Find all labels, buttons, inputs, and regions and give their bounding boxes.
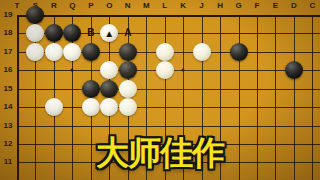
black-stone <box>100 80 118 98</box>
black-stone <box>63 24 81 42</box>
coord-label-col: R <box>51 2 57 10</box>
coord-label-row: 16 <box>4 66 13 74</box>
coord-label-row: 12 <box>4 140 13 148</box>
white-stone <box>45 43 63 61</box>
board-left-edge-line <box>17 15 19 180</box>
coord-label-row: 13 <box>4 122 13 130</box>
white-stone <box>193 43 211 61</box>
coord-label-col: M <box>143 2 150 10</box>
coord-label-row: 18 <box>4 29 13 37</box>
triangle-marker: ▲ <box>104 28 114 39</box>
coord-label-col: J <box>199 2 203 10</box>
white-stone <box>100 61 118 79</box>
star-point <box>71 69 74 72</box>
black-stone <box>26 6 44 24</box>
point-label: B <box>87 28 94 38</box>
coord-label-col: K <box>180 2 186 10</box>
white-stone <box>156 61 174 79</box>
coord-label-col: N <box>125 2 131 10</box>
black-stone <box>119 43 137 61</box>
white-stone <box>45 98 63 116</box>
coord-label-col: C <box>309 2 315 10</box>
white-stone <box>119 80 137 98</box>
white-stone <box>82 98 100 116</box>
coord-label-col: P <box>88 2 93 10</box>
coord-label-row: 15 <box>4 85 13 93</box>
video-frame: TSRQPONMLKJHGFEDC191817161514131211▲BA 大… <box>0 0 320 180</box>
coord-label-row: 17 <box>4 48 13 56</box>
coord-label-row: 14 <box>4 103 13 111</box>
white-stone <box>119 98 137 116</box>
black-stone <box>82 43 100 61</box>
coord-label-col: G <box>235 2 241 10</box>
white-stone <box>26 43 44 61</box>
coord-label-col: D <box>291 2 297 10</box>
black-stone <box>45 24 63 42</box>
coord-label-col: Q <box>69 2 75 10</box>
white-stone <box>26 24 44 42</box>
coord-label-col: E <box>273 2 278 10</box>
coord-label-col: T <box>15 2 20 10</box>
white-stone <box>156 43 174 61</box>
black-stone <box>230 43 248 61</box>
black-stone <box>119 61 137 79</box>
board-top-edge-line <box>17 15 320 17</box>
coord-label-col: H <box>217 2 223 10</box>
point-label: A <box>124 28 131 38</box>
coord-label-col: L <box>162 2 167 10</box>
coord-label-col: O <box>106 2 112 10</box>
coord-label-row: 11 <box>4 158 12 166</box>
white-stone <box>100 98 118 116</box>
black-stone <box>285 61 303 79</box>
white-stone <box>63 43 81 61</box>
coord-label-col: F <box>255 2 260 10</box>
caption-text: 大师佳作 <box>96 131 224 176</box>
star-point <box>182 69 185 72</box>
black-stone <box>82 80 100 98</box>
coord-label-row: 19 <box>4 11 13 19</box>
